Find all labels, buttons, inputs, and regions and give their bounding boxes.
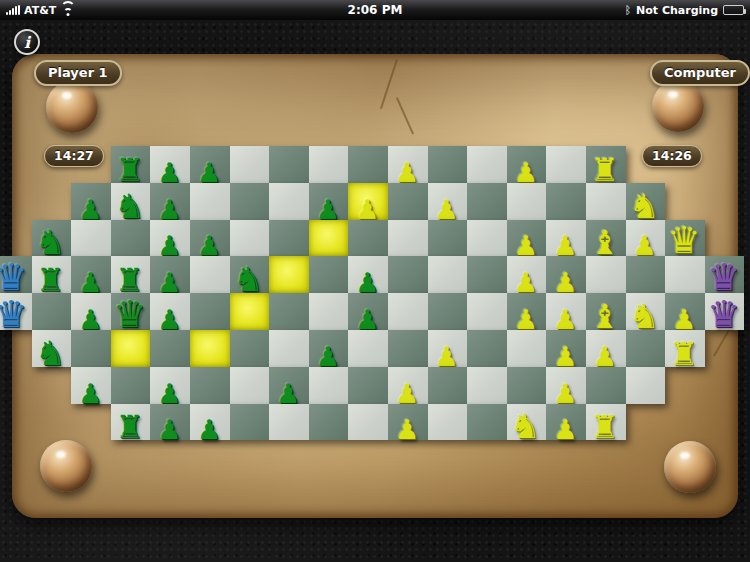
info-button[interactable]: i bbox=[14, 29, 40, 55]
square-r1-c7[interactable] bbox=[269, 183, 309, 220]
piece-yellow-pawn[interactable]: ♟ bbox=[553, 232, 577, 259]
square-r3-c5[interactable] bbox=[190, 256, 230, 293]
piece-yellow-knight[interactable]: ♞ bbox=[629, 189, 659, 223]
computer-clock: 14:26 bbox=[642, 145, 702, 167]
square-r4-c13[interactable]: ♟ bbox=[507, 293, 547, 330]
piece-green-pawn[interactable]: ♟ bbox=[355, 306, 379, 333]
square-r1-c3[interactable]: ♞ bbox=[111, 183, 151, 220]
square-r1-c2[interactable]: ♟ bbox=[71, 183, 111, 220]
piece-green-pawn[interactable]: ♟ bbox=[157, 306, 181, 333]
board-row-2: ♞♟♟♟♟♝♟♛ bbox=[32, 220, 705, 257]
piece-yellow-pawn[interactable]: ♟ bbox=[514, 306, 538, 333]
square-r1-c10[interactable] bbox=[388, 183, 428, 220]
piece-yellow-pawn[interactable]: ♟ bbox=[632, 232, 656, 259]
square-r5-c6[interactable] bbox=[230, 330, 270, 367]
square-r6-c5[interactable] bbox=[190, 367, 230, 404]
square-r4-c15[interactable]: ♝ bbox=[586, 293, 626, 330]
square-r2-c9[interactable] bbox=[348, 220, 388, 257]
brass-knob-top-left bbox=[46, 81, 98, 133]
status-bar: AT&T 2:06 PM ᛒ Not Charging bbox=[0, 0, 750, 20]
square-r2-c12[interactable] bbox=[467, 220, 507, 257]
square-r1-c9-highlighted[interactable]: ♟ bbox=[348, 183, 388, 220]
square-r5-c16[interactable] bbox=[626, 330, 666, 367]
piece-green-pawn[interactable]: ♟ bbox=[157, 380, 181, 407]
square-r7-c3[interactable]: ♜ bbox=[111, 404, 151, 441]
square-r6-c10[interactable]: ♟ bbox=[388, 367, 428, 404]
piece-green-pawn[interactable]: ♟ bbox=[157, 196, 181, 223]
square-r0-c14[interactable] bbox=[546, 146, 586, 183]
piece-yellow-queen[interactable]: ♛ bbox=[667, 222, 700, 259]
square-r2-c2[interactable] bbox=[71, 220, 111, 257]
square-r1-c6[interactable] bbox=[230, 183, 270, 220]
piece-green-pawn[interactable]: ♟ bbox=[316, 343, 340, 370]
square-r4-c5[interactable] bbox=[190, 293, 230, 330]
square-r3-c18[interactable]: ♛ bbox=[705, 256, 745, 293]
board-row-5: ♞♟♟♟♟♜ bbox=[32, 330, 705, 367]
square-r6-c12[interactable] bbox=[467, 367, 507, 404]
square-r7-c12[interactable] bbox=[467, 404, 507, 441]
brass-knob-bottom-left bbox=[40, 440, 92, 492]
piece-yellow-pawn[interactable]: ♟ bbox=[553, 416, 577, 443]
piece-green-pawn[interactable]: ♟ bbox=[157, 269, 181, 296]
piece-green-pawn[interactable]: ♟ bbox=[355, 269, 379, 296]
piece-yellow-pawn[interactable]: ♟ bbox=[355, 196, 379, 223]
square-r3-c6[interactable]: ♞ bbox=[230, 256, 270, 293]
piece-yellow-rook[interactable]: ♜ bbox=[670, 338, 699, 370]
square-r3-c4[interactable]: ♟ bbox=[150, 256, 190, 293]
square-r3-c1[interactable]: ♜ bbox=[32, 256, 72, 293]
status-right: ᛒ Not Charging bbox=[624, 4, 750, 17]
square-r6-c4[interactable]: ♟ bbox=[150, 367, 190, 404]
piece-green-pawn[interactable]: ♟ bbox=[197, 416, 221, 443]
square-r4-c1[interactable] bbox=[32, 293, 72, 330]
square-r7-c4[interactable]: ♟ bbox=[150, 404, 190, 441]
piece-green-pawn[interactable]: ♟ bbox=[197, 232, 221, 259]
piece-green-knight[interactable]: ♞ bbox=[35, 336, 65, 370]
square-r0-c5[interactable]: ♟ bbox=[190, 146, 230, 183]
square-r2-c14[interactable]: ♟ bbox=[546, 220, 586, 257]
piece-green-pawn[interactable]: ♟ bbox=[157, 232, 181, 259]
info-button-label: i bbox=[24, 33, 30, 52]
piece-yellow-pawn[interactable]: ♟ bbox=[593, 343, 617, 370]
square-r5-c13[interactable] bbox=[507, 330, 547, 367]
square-r1-c4[interactable]: ♟ bbox=[150, 183, 190, 220]
square-r3-c0[interactable]: ♛ bbox=[0, 256, 32, 293]
piece-green-rook[interactable]: ♜ bbox=[115, 264, 144, 296]
square-r3-c11[interactable] bbox=[428, 256, 468, 293]
square-r6-c7[interactable]: ♟ bbox=[269, 367, 309, 404]
piece-green-pawn[interactable]: ♟ bbox=[78, 269, 102, 296]
square-r1-c8[interactable]: ♟ bbox=[309, 183, 349, 220]
square-r2-c13[interactable]: ♟ bbox=[507, 220, 547, 257]
piece-yellow-pawn[interactable]: ♟ bbox=[553, 380, 577, 407]
square-r7-c7[interactable] bbox=[269, 404, 309, 441]
battery-icon bbox=[723, 5, 744, 15]
square-r3-c8[interactable] bbox=[309, 256, 349, 293]
square-r5-c1[interactable]: ♞ bbox=[32, 330, 72, 367]
piece-yellow-pawn[interactable]: ♟ bbox=[434, 196, 458, 223]
piece-green-pawn[interactable]: ♟ bbox=[157, 159, 181, 186]
board-row-1: ♟♞♟♟♟♟♞ bbox=[71, 183, 665, 220]
square-r0-c3[interactable]: ♜ bbox=[111, 146, 151, 183]
square-r4-c18[interactable]: ♛ bbox=[705, 293, 745, 330]
piece-yellow-bishop[interactable]: ♝ bbox=[590, 226, 620, 259]
square-r3-c17[interactable] bbox=[665, 256, 705, 293]
piece-green-rook[interactable]: ♜ bbox=[115, 154, 144, 186]
piece-green-pawn[interactable]: ♟ bbox=[78, 380, 102, 407]
square-r4-c10[interactable] bbox=[388, 293, 428, 330]
square-r6-c6[interactable] bbox=[230, 367, 270, 404]
piece-yellow-pawn[interactable]: ♟ bbox=[672, 306, 696, 333]
square-r4-c11[interactable] bbox=[428, 293, 468, 330]
square-r4-c4[interactable]: ♟ bbox=[150, 293, 190, 330]
square-r0-c7[interactable] bbox=[269, 146, 309, 183]
square-r4-c2[interactable]: ♟ bbox=[71, 293, 111, 330]
square-r2-c3[interactable] bbox=[111, 220, 151, 257]
square-r3-c14[interactable]: ♟ bbox=[546, 256, 586, 293]
square-r2-c11[interactable] bbox=[428, 220, 468, 257]
square-r7-c6[interactable] bbox=[230, 404, 270, 441]
piece-yellow-pawn[interactable]: ♟ bbox=[553, 269, 577, 296]
square-r1-c13[interactable] bbox=[507, 183, 547, 220]
square-r0-c11[interactable] bbox=[428, 146, 468, 183]
board-row-6: ♟♟♟♟♟ bbox=[71, 367, 665, 404]
square-r7-c5[interactable]: ♟ bbox=[190, 404, 230, 441]
square-r5-c14[interactable]: ♟ bbox=[546, 330, 586, 367]
square-r0-c6[interactable] bbox=[230, 146, 270, 183]
piece-blue-queen[interactable]: ♛ bbox=[0, 259, 27, 296]
square-r6-c2[interactable]: ♟ bbox=[71, 367, 111, 404]
piece-green-pawn[interactable]: ♟ bbox=[157, 416, 181, 443]
square-r5-c15[interactable]: ♟ bbox=[586, 330, 626, 367]
square-r1-c11[interactable]: ♟ bbox=[428, 183, 468, 220]
square-r5-c9[interactable] bbox=[348, 330, 388, 367]
square-r0-c4[interactable]: ♟ bbox=[150, 146, 190, 183]
piece-yellow-rook[interactable]: ♜ bbox=[591, 154, 620, 186]
square-r4-c16[interactable]: ♞ bbox=[626, 293, 666, 330]
piece-green-knight[interactable]: ♞ bbox=[233, 262, 263, 296]
piece-green-knight[interactable]: ♞ bbox=[35, 225, 65, 259]
square-r6-c15[interactable] bbox=[586, 367, 626, 404]
square-r0-c9[interactable] bbox=[348, 146, 388, 183]
square-r5-c17[interactable]: ♜ bbox=[665, 330, 705, 367]
board-row-3: ♛♜♟♜♟♞♟♟♟♛ bbox=[0, 256, 744, 293]
square-r7-c10[interactable]: ♟ bbox=[388, 404, 428, 441]
square-r4-c3[interactable]: ♛ bbox=[111, 293, 151, 330]
square-r0-c13[interactable]: ♟ bbox=[507, 146, 547, 183]
square-r2-c5[interactable]: ♟ bbox=[190, 220, 230, 257]
square-r5-c4[interactable] bbox=[150, 330, 190, 367]
square-r7-c15[interactable]: ♜ bbox=[586, 404, 626, 441]
board-row-4: ♛♟♛♟♟♟♟♝♞♟♛ bbox=[0, 293, 744, 330]
piece-yellow-pawn[interactable]: ♟ bbox=[514, 232, 538, 259]
square-r7-c11[interactable] bbox=[428, 404, 468, 441]
square-r2-c6[interactable] bbox=[230, 220, 270, 257]
square-r5-c7[interactable] bbox=[269, 330, 309, 367]
square-r5-c5-highlighted[interactable] bbox=[190, 330, 230, 367]
square-r3-c10[interactable] bbox=[388, 256, 428, 293]
square-r6-c8[interactable] bbox=[309, 367, 349, 404]
square-r2-c10[interactable] bbox=[388, 220, 428, 257]
piece-green-knight[interactable]: ♞ bbox=[114, 189, 144, 223]
piece-yellow-pawn[interactable]: ♟ bbox=[395, 380, 419, 407]
square-r4-c14[interactable]: ♟ bbox=[546, 293, 586, 330]
piece-yellow-pawn[interactable]: ♟ bbox=[514, 159, 538, 186]
square-r5-c8[interactable]: ♟ bbox=[309, 330, 349, 367]
square-r4-c0[interactable]: ♛ bbox=[0, 293, 32, 330]
board-row-7: ♜♟♟♟♞♟♜ bbox=[111, 404, 626, 441]
square-r0-c10[interactable]: ♟ bbox=[388, 146, 428, 183]
square-r6-c16[interactable] bbox=[626, 367, 666, 404]
piece-green-pawn[interactable]: ♟ bbox=[276, 380, 300, 407]
piece-green-pawn[interactable]: ♟ bbox=[78, 196, 102, 223]
brass-knob-bottom-right bbox=[664, 441, 716, 493]
square-r3-c2[interactable]: ♟ bbox=[71, 256, 111, 293]
square-r0-c8[interactable] bbox=[309, 146, 349, 183]
square-r3-c3[interactable]: ♜ bbox=[111, 256, 151, 293]
piece-green-pawn[interactable]: ♟ bbox=[78, 306, 102, 333]
piece-yellow-pawn[interactable]: ♟ bbox=[553, 306, 577, 333]
square-r3-c9[interactable]: ♟ bbox=[348, 256, 388, 293]
computer-name-badge: Computer bbox=[650, 60, 750, 86]
square-r5-c11[interactable]: ♟ bbox=[428, 330, 468, 367]
square-r1-c15[interactable] bbox=[586, 183, 626, 220]
square-r6-c11[interactable] bbox=[428, 367, 468, 404]
square-r2-c16[interactable]: ♟ bbox=[626, 220, 666, 257]
piece-yellow-knight[interactable]: ♞ bbox=[629, 299, 659, 333]
square-r2-c8-highlighted[interactable] bbox=[309, 220, 349, 257]
piece-blue-queen[interactable]: ♛ bbox=[0, 296, 27, 333]
player1-clock: 14:27 bbox=[44, 145, 104, 167]
square-r7-c8[interactable] bbox=[309, 404, 349, 441]
piece-yellow-rook[interactable]: ♜ bbox=[591, 411, 620, 443]
piece-green-pawn[interactable]: ♟ bbox=[316, 196, 340, 223]
square-r6-c13[interactable] bbox=[507, 367, 547, 404]
square-r4-c8[interactable] bbox=[309, 293, 349, 330]
square-r4-c17[interactable]: ♟ bbox=[665, 293, 705, 330]
square-r5-c3-highlighted[interactable] bbox=[111, 330, 151, 367]
square-r4-c6-highlighted[interactable] bbox=[230, 293, 270, 330]
bluetooth-icon: ᛒ bbox=[624, 4, 631, 17]
square-r1-c12[interactable] bbox=[467, 183, 507, 220]
piece-yellow-knight[interactable]: ♞ bbox=[510, 409, 540, 443]
piece-purple-queen[interactable]: ♛ bbox=[707, 259, 740, 296]
square-r4-c9[interactable]: ♟ bbox=[348, 293, 388, 330]
battery-status-label: Not Charging bbox=[636, 4, 718, 17]
square-r6-c3[interactable] bbox=[111, 367, 151, 404]
board-row-0: ♜♟♟♟♟♜ bbox=[111, 146, 626, 183]
square-r4-c7[interactable] bbox=[269, 293, 309, 330]
square-r2-c17[interactable]: ♛ bbox=[665, 220, 705, 257]
square-r2-c1[interactable]: ♞ bbox=[32, 220, 72, 257]
square-r0-c12[interactable] bbox=[467, 146, 507, 183]
square-r7-c9[interactable] bbox=[348, 404, 388, 441]
piece-green-rook[interactable]: ♜ bbox=[36, 264, 65, 296]
brass-knob-top-right bbox=[652, 80, 704, 132]
square-r5-c12[interactable] bbox=[467, 330, 507, 367]
square-r1-c5[interactable] bbox=[190, 183, 230, 220]
square-r3-c15[interactable] bbox=[586, 256, 626, 293]
square-r3-c12[interactable] bbox=[467, 256, 507, 293]
square-r2-c15[interactable]: ♝ bbox=[586, 220, 626, 257]
app-screen: AT&T 2:06 PM ᛒ Not Charging i Player 1 C… bbox=[0, 0, 750, 562]
piece-yellow-pawn[interactable]: ♟ bbox=[434, 343, 458, 370]
square-r2-c4[interactable]: ♟ bbox=[150, 220, 190, 257]
piece-yellow-pawn[interactable]: ♟ bbox=[395, 416, 419, 443]
square-r1-c16[interactable]: ♞ bbox=[626, 183, 666, 220]
piece-yellow-pawn[interactable]: ♟ bbox=[395, 159, 419, 186]
player1-name-badge: Player 1 bbox=[34, 60, 122, 86]
square-r7-c14[interactable]: ♟ bbox=[546, 404, 586, 441]
square-r4-c12[interactable] bbox=[467, 293, 507, 330]
square-r0-c15[interactable]: ♜ bbox=[586, 146, 626, 183]
square-r1-c14[interactable] bbox=[546, 183, 586, 220]
piece-yellow-pawn[interactable]: ♟ bbox=[553, 343, 577, 370]
piece-green-pawn[interactable]: ♟ bbox=[197, 159, 221, 186]
square-r6-c14[interactable]: ♟ bbox=[546, 367, 586, 404]
piece-green-queen[interactable]: ♛ bbox=[113, 296, 146, 333]
square-r2-c7[interactable] bbox=[269, 220, 309, 257]
square-r3-c16[interactable] bbox=[626, 256, 666, 293]
square-r3-c13[interactable]: ♟ bbox=[507, 256, 547, 293]
piece-yellow-pawn[interactable]: ♟ bbox=[514, 269, 538, 296]
piece-green-rook[interactable]: ♜ bbox=[115, 411, 144, 443]
piece-yellow-bishop[interactable]: ♝ bbox=[590, 300, 620, 333]
square-r7-c13[interactable]: ♞ bbox=[507, 404, 547, 441]
piece-purple-queen[interactable]: ♛ bbox=[707, 296, 740, 333]
square-r6-c9[interactable] bbox=[348, 367, 388, 404]
square-r3-c7-highlighted[interactable] bbox=[269, 256, 309, 293]
square-r5-c2[interactable] bbox=[71, 330, 111, 367]
square-r5-c10[interactable] bbox=[388, 330, 428, 367]
